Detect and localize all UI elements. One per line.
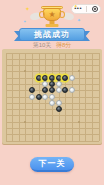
screen: ••• ✦ ✦ ✦ ✦ ★ 挑战成功 第10关 得8分 下一关: [0, 0, 104, 185]
exit-icon[interactable]: [92, 6, 98, 12]
score-label: 得8分: [56, 42, 71, 48]
level-label: 第10关: [33, 42, 52, 48]
grid-line: [92, 53, 93, 141]
stone-white: [56, 100, 62, 106]
stone-black: [56, 75, 62, 81]
next-level-button[interactable]: 下一关: [30, 157, 74, 172]
stone-white: [42, 94, 48, 100]
stone-black: [49, 81, 55, 87]
stone-black: [62, 87, 68, 93]
trophy-star-icon: ★: [44, 9, 60, 20]
stone-black: [36, 94, 42, 100]
banner-title: 挑战成功: [34, 29, 70, 40]
stone-black: [49, 75, 55, 81]
grid-line: [6, 128, 99, 129]
stone-white: [69, 75, 75, 81]
stone-black: [36, 75, 42, 81]
star-point: [78, 121, 80, 123]
banner-subtitle: 第10关 得8分: [0, 42, 104, 48]
stone-white: [42, 81, 48, 87]
success-banner: 挑战成功: [14, 28, 90, 41]
trophy-base: [46, 24, 59, 27]
grid-line: [6, 134, 99, 135]
stone-black: [49, 87, 55, 93]
gomoku-board[interactable]: [2, 49, 102, 144]
stone-black: [62, 75, 68, 81]
sparkle-icon: ✦: [25, 6, 30, 12]
trophy-cup: ★: [43, 8, 61, 21]
stone-white: [49, 100, 55, 106]
sparkle-icon: ✦: [77, 17, 81, 23]
stone-white: [49, 94, 55, 100]
stone-black: [56, 106, 62, 112]
sparkle-icon: ✦: [74, 3, 78, 9]
stone-white: [56, 87, 62, 93]
stone-white: [69, 87, 75, 93]
trophy-wing-right: [63, 12, 74, 21]
stone-black: [42, 75, 48, 81]
stone-white: [56, 81, 62, 87]
grid-line: [99, 53, 100, 141]
stone-black: [42, 87, 48, 93]
trophy-icon: ✦ ✦ ✦ ✦ ★: [28, 5, 76, 30]
sparkle-icon: ✦: [23, 19, 26, 25]
stone-black: [29, 87, 35, 93]
stone-white: [29, 94, 35, 100]
grid-line: [6, 141, 99, 142]
capsule-divider: [86, 6, 87, 12]
